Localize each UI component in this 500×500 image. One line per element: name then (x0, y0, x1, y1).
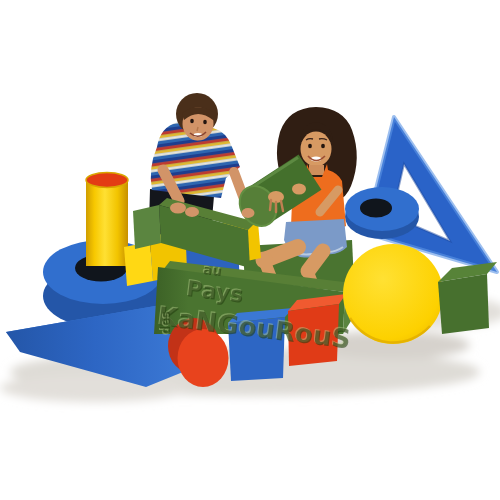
block-yellow-disc (343, 244, 443, 344)
beam-upper-endface (133, 205, 161, 249)
product-photo: au au Pays Pays KaNGouRouS KaNGouRouS de… (0, 0, 500, 500)
block-yellow-tall-cylinder (86, 173, 128, 267)
scene-canvas: au au Pays Pays KaNGouRouS KaNGouRouS de… (0, 0, 500, 500)
watermark-des: des (159, 311, 173, 334)
yellow-beam-endface (124, 242, 153, 286)
boy-hand-left2 (185, 207, 199, 217)
ring-right-hole (360, 199, 392, 218)
girl-neck (309, 165, 324, 175)
boy-eye-left (190, 119, 194, 123)
girl-eye-left (308, 144, 312, 149)
cylinder-body (86, 180, 128, 266)
boy-nose (197, 127, 198, 131)
boy-hand-right (242, 208, 255, 218)
boy-hand-left (170, 203, 186, 214)
girl-hand-left (292, 184, 306, 195)
boy-eye-right (203, 120, 207, 124)
block-blue-ring-right (345, 187, 419, 239)
girl-eye-right (321, 144, 325, 149)
green-cube-front (438, 274, 489, 334)
